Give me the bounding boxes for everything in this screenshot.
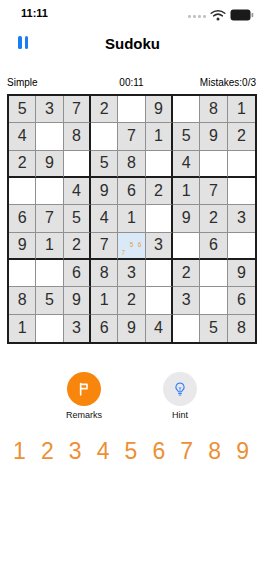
cell-r2c5[interactable]: 7 (118, 123, 145, 150)
cellular-signal-icon (188, 15, 206, 18)
cell-r6c3[interactable]: 2 (64, 233, 91, 260)
cell-r6c7[interactable] (173, 233, 200, 260)
hint-circle (163, 372, 197, 406)
cell-r8c3[interactable]: 9 (64, 287, 91, 314)
hint-label: Hint (145, 410, 215, 420)
cell-r2c2[interactable] (36, 123, 63, 150)
cell-r7c9[interactable]: 9 (228, 260, 255, 287)
cell-r7c2[interactable] (36, 260, 63, 287)
numpad-7[interactable]: 7 (180, 438, 193, 464)
cell-r4c5[interactable]: 6 (118, 178, 145, 205)
cell-r2c8[interactable]: 9 (200, 123, 227, 150)
cell-r4c4[interactable]: 9 (91, 178, 118, 205)
cell-r7c7[interactable]: 2 (173, 260, 200, 287)
pencil-mark-5: 5 (127, 241, 135, 249)
numpad-3[interactable]: 3 (69, 438, 82, 464)
cell-r3c8[interactable] (200, 151, 227, 178)
cell-r8c8[interactable] (200, 287, 227, 314)
cell-r1c2[interactable]: 3 (36, 96, 63, 123)
cell-r4c2[interactable] (36, 178, 63, 205)
cell-r9c1[interactable]: 1 (9, 315, 36, 342)
sudoku-app: 11:11 Sudoku Simple 00:11 Mistakes:0/3 5… (0, 0, 265, 573)
cell-r5c2[interactable]: 7 (36, 205, 63, 232)
cell-r9c8[interactable]: 5 (200, 315, 227, 342)
cell-r3c5[interactable]: 8 (118, 151, 145, 178)
cell-r7c3[interactable]: 6 (64, 260, 91, 287)
page-title: Sudoku (0, 35, 265, 52)
sudoku-board: 5372981487159229584496217675419239127567… (7, 94, 257, 344)
difficulty-label: Simple (7, 77, 38, 88)
lightbulb-icon (172, 381, 188, 397)
cell-r5c8[interactable]: 2 (200, 205, 227, 232)
cell-r9c9[interactable]: 8 (228, 315, 255, 342)
numpad-6[interactable]: 6 (152, 438, 165, 464)
cell-r1c6[interactable]: 9 (146, 96, 173, 123)
cell-r5c9[interactable]: 3 (228, 205, 255, 232)
numpad-1[interactable]: 1 (13, 438, 26, 464)
number-pad: 123456789 (0, 438, 265, 464)
cell-r5c1[interactable]: 6 (9, 205, 36, 232)
hint-button[interactable]: Hint (145, 372, 215, 420)
remarks-circle (67, 372, 101, 406)
cell-r4c8[interactable]: 7 (200, 178, 227, 205)
cell-r6c4[interactable]: 7 (91, 233, 118, 260)
cell-r3c7[interactable]: 4 (173, 151, 200, 178)
status-icons (188, 9, 254, 21)
numpad-8[interactable]: 8 (208, 438, 221, 464)
cell-r7c1[interactable] (9, 260, 36, 287)
cell-r9c7[interactable] (173, 315, 200, 342)
cell-r8c9[interactable]: 6 (228, 287, 255, 314)
cell-r3c3[interactable] (64, 151, 91, 178)
cell-r4c3[interactable]: 4 (64, 178, 91, 205)
cell-r8c7[interactable]: 3 (173, 287, 200, 314)
cell-r3c6[interactable] (146, 151, 173, 178)
cell-r6c1[interactable]: 9 (9, 233, 36, 260)
cell-r7c6[interactable] (146, 260, 173, 287)
timer: 00:11 (119, 77, 143, 88)
cell-r1c1[interactable]: 5 (9, 96, 36, 123)
cell-r6c6[interactable]: 3 (146, 233, 173, 260)
cell-r3c1[interactable]: 2 (9, 151, 36, 178)
cell-r4c7[interactable]: 1 (173, 178, 200, 205)
wifi-icon (210, 9, 226, 21)
cell-r1c7[interactable] (173, 96, 200, 123)
numpad-5[interactable]: 5 (125, 438, 138, 464)
cell-r1c3[interactable]: 7 (64, 96, 91, 123)
battery-icon (230, 9, 254, 21)
cell-r1c4[interactable]: 2 (91, 96, 118, 123)
remarks-label: Remarks (49, 410, 119, 420)
cell-r1c9[interactable]: 1 (228, 96, 255, 123)
cell-r6c8[interactable]: 6 (200, 233, 227, 260)
cell-r2c6[interactable]: 1 (146, 123, 173, 150)
cell-r7c4[interactable]: 8 (91, 260, 118, 287)
cell-r1c8[interactable]: 8 (200, 96, 227, 123)
pencil-mark-7: 7 (119, 249, 127, 257)
cell-r5c4[interactable]: 4 (91, 205, 118, 232)
remarks-button[interactable]: Remarks (49, 372, 119, 420)
cell-r8c1[interactable]: 8 (9, 287, 36, 314)
cell-r2c4[interactable] (91, 123, 118, 150)
cell-r3c2[interactable]: 9 (36, 151, 63, 178)
cell-r9c4[interactable]: 6 (91, 315, 118, 342)
numpad-4[interactable]: 4 (97, 438, 110, 464)
cell-r7c8[interactable] (200, 260, 227, 287)
cell-r7c5[interactable]: 3 (118, 260, 145, 287)
status-time: 11:11 (21, 7, 48, 19)
cell-r6c9[interactable] (228, 233, 255, 260)
cell-r8c4[interactable]: 1 (91, 287, 118, 314)
cell-r8c6[interactable] (146, 287, 173, 314)
cell-r2c1[interactable]: 4 (9, 123, 36, 150)
cell-r2c3[interactable]: 8 (64, 123, 91, 150)
pencil-mark-6: 6 (136, 241, 144, 249)
cell-r4c9[interactable] (228, 178, 255, 205)
cell-r3c4[interactable]: 5 (91, 151, 118, 178)
cell-r4c1[interactable] (9, 178, 36, 205)
numpad-2[interactable]: 2 (41, 438, 54, 464)
cell-r8c2[interactable]: 5 (36, 287, 63, 314)
cell-r1c5[interactable] (118, 96, 145, 123)
cell-r5c5[interactable]: 1 (118, 205, 145, 232)
cell-r4c6[interactable]: 2 (146, 178, 173, 205)
cell-r6c5[interactable]: 567 (118, 233, 145, 260)
cell-r5c6[interactable] (146, 205, 173, 232)
cell-r9c3[interactable]: 3 (64, 315, 91, 342)
cell-r8c5[interactable]: 2 (118, 287, 145, 314)
cell-r9c6[interactable]: 4 (146, 315, 173, 342)
info-row: Simple 00:11 Mistakes:0/3 (7, 77, 256, 88)
cell-r9c5[interactable]: 9 (118, 315, 145, 342)
cell-r5c3[interactable]: 5 (64, 205, 91, 232)
pencil-marks: 567 (119, 234, 143, 257)
cell-r6c2[interactable]: 1 (36, 233, 63, 260)
cell-r5c7[interactable]: 9 (173, 205, 200, 232)
mistakes-counter: Mistakes:0/3 (200, 77, 256, 88)
cell-r3c9[interactable] (228, 151, 255, 178)
cell-r2c9[interactable]: 2 (228, 123, 255, 150)
numpad-9[interactable]: 9 (236, 438, 249, 464)
flag-icon (76, 381, 92, 397)
cell-r2c7[interactable]: 5 (173, 123, 200, 150)
cell-r9c2[interactable] (36, 315, 63, 342)
